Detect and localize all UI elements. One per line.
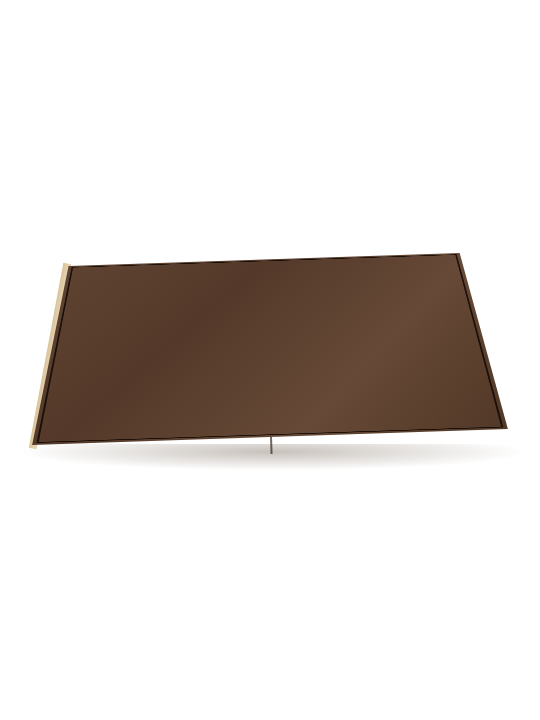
chess-board[interactable] <box>32 253 508 445</box>
chess-set-photo <box>0 0 540 720</box>
board-grid <box>60 262 479 433</box>
fold-seam <box>270 437 273 454</box>
